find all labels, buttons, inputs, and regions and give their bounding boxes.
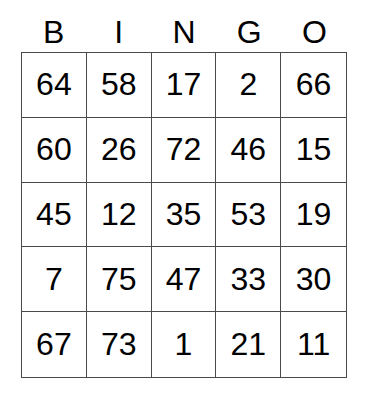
bingo-cell-r2c2[interactable]: 26 bbox=[87, 118, 152, 183]
bingo-cell-r1c1[interactable]: 64 bbox=[22, 53, 87, 118]
header-letter-b: B bbox=[21, 10, 86, 50]
bingo-cell-r1c4[interactable]: 2 bbox=[216, 53, 281, 118]
bingo-cell-r4c5[interactable]: 30 bbox=[281, 247, 346, 312]
bingo-cell-r5c4[interactable]: 21 bbox=[216, 312, 281, 377]
bingo-cell-r3c2[interactable]: 12 bbox=[87, 183, 152, 248]
bingo-cell-r3c4[interactable]: 53 bbox=[216, 183, 281, 248]
bingo-cell-r4c1[interactable]: 7 bbox=[22, 247, 87, 312]
bingo-card: B I N G O 64 58 17 2 66 60 26 72 46 15 4… bbox=[0, 0, 368, 400]
bingo-cell-r5c2[interactable]: 73 bbox=[87, 312, 152, 377]
bingo-cell-r3c3[interactable]: 35 bbox=[152, 183, 217, 248]
bingo-cell-r5c3[interactable]: 1 bbox=[152, 312, 217, 377]
bingo-cell-r2c3[interactable]: 72 bbox=[152, 118, 217, 183]
bingo-cell-r3c1[interactable]: 45 bbox=[22, 183, 87, 248]
bingo-cell-r1c3[interactable]: 17 bbox=[152, 53, 217, 118]
bingo-header-row: B I N G O bbox=[21, 10, 347, 50]
bingo-cell-r5c5[interactable]: 11 bbox=[281, 312, 346, 377]
bingo-cell-r2c5[interactable]: 15 bbox=[281, 118, 346, 183]
bingo-cell-r4c4[interactable]: 33 bbox=[216, 247, 281, 312]
bingo-cell-r5c1[interactable]: 67 bbox=[22, 312, 87, 377]
bingo-cell-r1c5[interactable]: 66 bbox=[281, 53, 346, 118]
header-letter-i: I bbox=[86, 10, 151, 50]
header-letter-g: G bbox=[217, 10, 282, 50]
bingo-grid: 64 58 17 2 66 60 26 72 46 15 45 12 35 53… bbox=[21, 52, 347, 378]
bingo-cell-r4c2[interactable]: 75 bbox=[87, 247, 152, 312]
bingo-cell-r4c3[interactable]: 47 bbox=[152, 247, 217, 312]
bingo-cell-r2c4[interactable]: 46 bbox=[216, 118, 281, 183]
bingo-cell-r2c1[interactable]: 60 bbox=[22, 118, 87, 183]
header-letter-o: O bbox=[282, 10, 347, 50]
bingo-cell-r3c5[interactable]: 19 bbox=[281, 183, 346, 248]
bingo-cell-r1c2[interactable]: 58 bbox=[87, 53, 152, 118]
header-letter-n: N bbox=[151, 10, 216, 50]
